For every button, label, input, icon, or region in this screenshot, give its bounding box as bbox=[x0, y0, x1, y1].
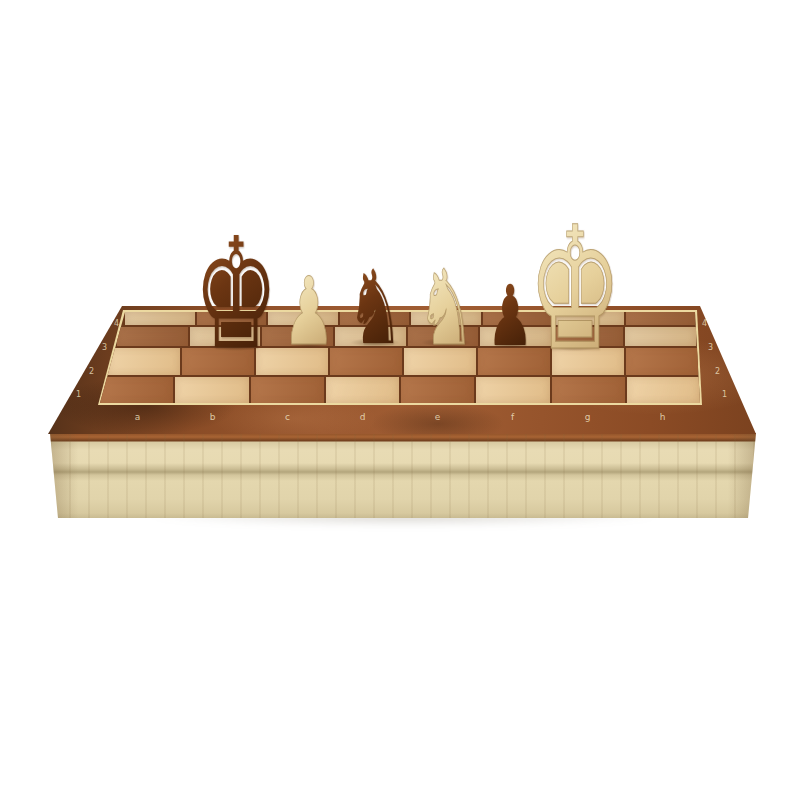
square-h3 bbox=[625, 327, 696, 346]
square-g3 bbox=[553, 327, 624, 346]
square-a2 bbox=[108, 348, 180, 375]
square-e2 bbox=[404, 348, 476, 375]
file-label-e: e bbox=[400, 412, 475, 422]
square-e4 bbox=[411, 312, 481, 325]
rank-label-right-3: 3 bbox=[708, 344, 713, 352]
square-f1 bbox=[476, 377, 549, 403]
square-d4 bbox=[340, 312, 410, 325]
square-b1 bbox=[175, 377, 248, 403]
file-label-a: a bbox=[100, 412, 175, 422]
square-f3 bbox=[480, 327, 551, 346]
rank-label-right-4: 4 bbox=[702, 320, 707, 328]
board-rank-3 bbox=[117, 327, 696, 346]
square-b2 bbox=[182, 348, 254, 375]
file-label-g: g bbox=[550, 412, 625, 422]
file-label-b: b bbox=[175, 412, 250, 422]
square-d3 bbox=[335, 327, 406, 346]
file-label-f: f bbox=[475, 412, 550, 422]
square-f4 bbox=[483, 312, 553, 325]
square-g2 bbox=[552, 348, 624, 375]
square-g4 bbox=[554, 312, 624, 325]
square-h2 bbox=[626, 348, 698, 375]
rank-label-left-3: 3 bbox=[102, 344, 107, 352]
square-g1 bbox=[552, 377, 625, 403]
box-front-face bbox=[50, 433, 756, 518]
square-h1 bbox=[627, 377, 700, 403]
board-rank-1 bbox=[100, 377, 700, 403]
square-a4 bbox=[125, 312, 195, 325]
board-rank-4 bbox=[125, 312, 695, 325]
board-rank-2 bbox=[108, 348, 698, 375]
product-photo-scene: abcdefgh 11223344 ♚♟♞♞♟♚ bbox=[0, 0, 800, 800]
square-f2 bbox=[478, 348, 550, 375]
rank-label-left-2: 2 bbox=[89, 368, 94, 376]
file-label-c: c bbox=[250, 412, 325, 422]
square-c1 bbox=[251, 377, 324, 403]
file-label-h: h bbox=[625, 412, 700, 422]
square-d2 bbox=[330, 348, 402, 375]
rank-label-right-2: 2 bbox=[715, 368, 720, 376]
rank-label-left-4: 4 bbox=[114, 320, 119, 328]
square-a3 bbox=[117, 327, 188, 346]
square-c4 bbox=[268, 312, 338, 325]
square-h4 bbox=[626, 312, 696, 325]
square-a1 bbox=[100, 377, 173, 403]
file-label-d: d bbox=[325, 412, 400, 422]
square-b4 bbox=[197, 312, 267, 325]
square-d1 bbox=[326, 377, 399, 403]
chess-board-grid bbox=[100, 312, 700, 403]
square-b3 bbox=[190, 327, 261, 346]
board-lid-top: abcdefgh 11223344 bbox=[46, 306, 758, 434]
file-labels: abcdefgh bbox=[100, 412, 700, 422]
square-e1 bbox=[401, 377, 474, 403]
square-e3 bbox=[408, 327, 479, 346]
rank-label-left-1: 1 bbox=[76, 391, 81, 399]
square-c2 bbox=[256, 348, 328, 375]
square-c3 bbox=[262, 327, 333, 346]
rank-label-right-1: 1 bbox=[722, 391, 727, 399]
